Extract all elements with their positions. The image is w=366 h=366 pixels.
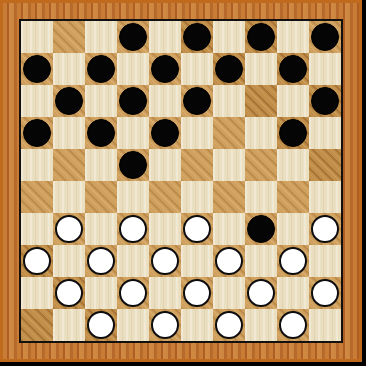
black-man[interactable]: [119, 151, 147, 179]
board-square[interactable]: [117, 245, 149, 277]
white-man[interactable]: [55, 279, 83, 307]
black-man[interactable]: [215, 55, 243, 83]
board-square[interactable]: [245, 85, 277, 117]
board-square[interactable]: [309, 213, 341, 245]
board-square[interactable]: [213, 309, 245, 341]
white-man[interactable]: [87, 247, 115, 275]
board-square[interactable]: [245, 117, 277, 149]
board-square[interactable]: [149, 85, 181, 117]
board-square[interactable]: [213, 181, 245, 213]
black-man[interactable]: [23, 55, 51, 83]
board-square[interactable]: [149, 309, 181, 341]
board-square[interactable]: [213, 53, 245, 85]
white-man[interactable]: [87, 311, 115, 339]
board-square[interactable]: [277, 53, 309, 85]
board-square[interactable]: [213, 277, 245, 309]
board-square[interactable]: [117, 117, 149, 149]
board-square[interactable]: [53, 85, 85, 117]
black-man[interactable]: [87, 119, 115, 147]
board-square[interactable]: [213, 85, 245, 117]
board-square[interactable]: [53, 181, 85, 213]
board-square[interactable]: [277, 149, 309, 181]
board-square[interactable]: [85, 85, 117, 117]
board-square[interactable]: [213, 149, 245, 181]
board-square[interactable]: [181, 85, 213, 117]
board-square[interactable]: [245, 53, 277, 85]
board-frame: [0, 0, 362, 362]
board-square[interactable]: [181, 117, 213, 149]
board-square[interactable]: [85, 53, 117, 85]
board-square[interactable]: [181, 245, 213, 277]
board-square[interactable]: [213, 117, 245, 149]
black-man[interactable]: [247, 23, 275, 51]
board-square[interactable]: [53, 21, 85, 53]
board-square[interactable]: [85, 117, 117, 149]
board-square[interactable]: [309, 181, 341, 213]
board-square[interactable]: [277, 181, 309, 213]
black-man[interactable]: [279, 119, 307, 147]
board-square[interactable]: [181, 53, 213, 85]
board-square[interactable]: [85, 277, 117, 309]
board-square[interactable]: [181, 309, 213, 341]
board-square[interactable]: [245, 277, 277, 309]
board-border: [19, 19, 343, 343]
black-man[interactable]: [279, 55, 307, 83]
board-square[interactable]: [277, 309, 309, 341]
black-man[interactable]: [183, 23, 211, 51]
white-man[interactable]: [279, 311, 307, 339]
board-square[interactable]: [309, 277, 341, 309]
board-square[interactable]: [117, 213, 149, 245]
white-man[interactable]: [183, 215, 211, 243]
board-square[interactable]: [309, 21, 341, 53]
board-square[interactable]: [53, 213, 85, 245]
board-square[interactable]: [85, 213, 117, 245]
board-square[interactable]: [181, 277, 213, 309]
board-square[interactable]: [21, 181, 53, 213]
board-square[interactable]: [309, 309, 341, 341]
black-man[interactable]: [311, 23, 339, 51]
black-man[interactable]: [183, 87, 211, 115]
board-square[interactable]: [21, 245, 53, 277]
board-square[interactable]: [117, 277, 149, 309]
board-square[interactable]: [149, 117, 181, 149]
board-square[interactable]: [21, 21, 53, 53]
white-man[interactable]: [119, 279, 147, 307]
board-square[interactable]: [21, 53, 53, 85]
board-square[interactable]: [149, 277, 181, 309]
board-square[interactable]: [181, 21, 213, 53]
white-man[interactable]: [55, 215, 83, 243]
board-square[interactable]: [21, 213, 53, 245]
board-square[interactable]: [149, 213, 181, 245]
board-square[interactable]: [277, 245, 309, 277]
white-man[interactable]: [119, 215, 147, 243]
board-square[interactable]: [117, 21, 149, 53]
black-man[interactable]: [119, 23, 147, 51]
white-man[interactable]: [215, 247, 243, 275]
black-man[interactable]: [151, 119, 179, 147]
board-square[interactable]: [85, 309, 117, 341]
board-square[interactable]: [85, 181, 117, 213]
white-man[interactable]: [279, 247, 307, 275]
black-man[interactable]: [311, 87, 339, 115]
board-square[interactable]: [277, 85, 309, 117]
white-man[interactable]: [311, 279, 339, 307]
board-square[interactable]: [277, 213, 309, 245]
black-man[interactable]: [23, 119, 51, 147]
board-square[interactable]: [277, 117, 309, 149]
board-square[interactable]: [181, 181, 213, 213]
board-square[interactable]: [21, 85, 53, 117]
board-square[interactable]: [213, 245, 245, 277]
board-square[interactable]: [85, 245, 117, 277]
board-square[interactable]: [149, 149, 181, 181]
board-square[interactable]: [53, 53, 85, 85]
board-square[interactable]: [117, 149, 149, 181]
board-photo: [0, 0, 366, 366]
board-square[interactable]: [21, 277, 53, 309]
board-square[interactable]: [181, 149, 213, 181]
board-square[interactable]: [245, 213, 277, 245]
board-square[interactable]: [245, 21, 277, 53]
black-man[interactable]: [119, 87, 147, 115]
white-man[interactable]: [183, 279, 211, 307]
board-square[interactable]: [53, 245, 85, 277]
board-square[interactable]: [53, 149, 85, 181]
board-grid: [21, 21, 341, 341]
board-square[interactable]: [245, 181, 277, 213]
board-square[interactable]: [309, 53, 341, 85]
board-square[interactable]: [309, 85, 341, 117]
board-square[interactable]: [149, 21, 181, 53]
board-square[interactable]: [149, 181, 181, 213]
board-square[interactable]: [117, 85, 149, 117]
board-square[interactable]: [21, 117, 53, 149]
board-square[interactable]: [149, 245, 181, 277]
board-square[interactable]: [309, 245, 341, 277]
white-man[interactable]: [23, 247, 51, 275]
board-square[interactable]: [245, 245, 277, 277]
board-square[interactable]: [213, 21, 245, 53]
board-square[interactable]: [309, 117, 341, 149]
white-man[interactable]: [151, 311, 179, 339]
black-man[interactable]: [87, 55, 115, 83]
board-square[interactable]: [181, 213, 213, 245]
board-square[interactable]: [53, 117, 85, 149]
white-man[interactable]: [311, 215, 339, 243]
board-square[interactable]: [53, 277, 85, 309]
board-square[interactable]: [117, 309, 149, 341]
white-man[interactable]: [151, 247, 179, 275]
board-square[interactable]: [213, 213, 245, 245]
board-square[interactable]: [85, 149, 117, 181]
black-man[interactable]: [247, 215, 275, 243]
white-man[interactable]: [215, 311, 243, 339]
board-square[interactable]: [117, 53, 149, 85]
board-square[interactable]: [149, 53, 181, 85]
white-man[interactable]: [247, 279, 275, 307]
board-square[interactable]: [245, 149, 277, 181]
board-square[interactable]: [21, 149, 53, 181]
black-man[interactable]: [151, 55, 179, 83]
board-square[interactable]: [21, 309, 53, 341]
board-square[interactable]: [53, 309, 85, 341]
black-man[interactable]: [55, 87, 83, 115]
board-square[interactable]: [245, 309, 277, 341]
board-square[interactable]: [277, 277, 309, 309]
board-square[interactable]: [277, 21, 309, 53]
board-square[interactable]: [85, 21, 117, 53]
board-square[interactable]: [117, 181, 149, 213]
board-square[interactable]: [309, 149, 341, 181]
